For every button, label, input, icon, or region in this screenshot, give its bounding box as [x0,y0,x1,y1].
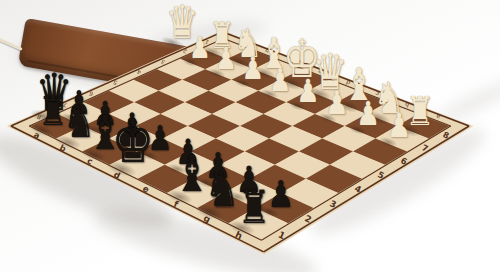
piece-black-rook-h1[interactable]: ♜ [238,186,271,227]
piece-white-pawn-g7[interactable]: ♟ [356,99,380,129]
piece-white-pawn-b7[interactable]: ♟ [215,44,237,71]
piece-black-knight-g1[interactable]: ♞ [205,168,240,212]
piece-white-pawn-c7[interactable]: ♟ [241,55,263,83]
piece-white-pawn-d7[interactable]: ♟ [269,65,292,93]
piece-white-pawn-a7[interactable]: ♟ [189,34,211,61]
piece-white-pawn-h7[interactable]: ♟ [387,111,411,141]
piece-black-pawn-h2[interactable]: ♟ [267,178,293,211]
piece-white-pawn-f7[interactable]: ♟ [326,88,349,117]
piece-white-pawn-e7[interactable]: ♟ [297,76,320,105]
bag-drawstring [0,37,23,51]
piece-black-king-d1[interactable]: ♚ [112,116,154,169]
scene: aabbccddeeffgghh8877665544332211♜♞♝♚♛♝♞♜… [0,0,500,272]
